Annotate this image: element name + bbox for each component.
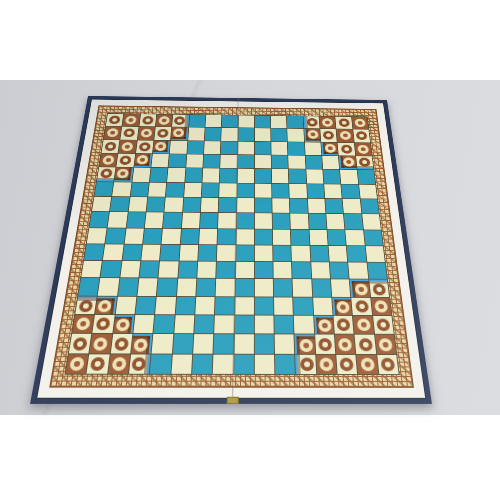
board-square [326, 214, 344, 229]
camp-square [339, 156, 356, 169]
camp-ring-marker [300, 358, 314, 371]
board-square [238, 155, 254, 168]
board-square [196, 279, 215, 296]
board-square [205, 128, 221, 141]
board-square [183, 197, 201, 212]
board-square [122, 244, 142, 260]
board-square [342, 184, 360, 198]
camp-ring-marker [93, 337, 108, 350]
camp-square [106, 114, 124, 126]
board-square [365, 246, 384, 262]
board-square [150, 168, 168, 182]
camp-square [373, 316, 394, 334]
camp-ring-marker [107, 129, 119, 138]
camp-ring-marker [340, 145, 352, 154]
decorative-border-frame [49, 105, 414, 387]
camp-square [134, 154, 152, 167]
board-square [159, 261, 179, 278]
board-square [255, 316, 274, 334]
camp-square [337, 129, 354, 142]
board-square [202, 168, 219, 182]
camp-square [123, 114, 140, 126]
board-square [287, 116, 303, 128]
camp-ring-marker [338, 338, 352, 351]
board-square [292, 246, 310, 262]
camp-ring-marker [139, 142, 151, 151]
camp-ring-marker [111, 357, 126, 371]
board-square [324, 184, 342, 198]
board-square [178, 262, 197, 279]
camp-ring-marker [69, 357, 85, 371]
camp-square [315, 335, 335, 354]
board-square [255, 142, 271, 155]
board-square [255, 262, 273, 279]
board-square [313, 297, 333, 315]
camp-square [304, 129, 320, 142]
board-square [220, 155, 237, 168]
board-square [188, 128, 205, 141]
board-square [115, 296, 136, 314]
board-square [157, 279, 177, 296]
board-square [130, 182, 149, 196]
board-square [330, 262, 349, 279]
board-square [255, 128, 271, 141]
camp-square [295, 335, 315, 354]
board-square [271, 129, 287, 142]
board-square [367, 263, 387, 279]
camp-ring-marker [157, 129, 169, 138]
camp-square [334, 316, 354, 334]
camp-square [319, 116, 335, 128]
board-square [275, 335, 295, 354]
board-square [150, 354, 171, 374]
board-square [187, 141, 204, 154]
board-square [311, 262, 330, 279]
camp-ring-marker [125, 116, 137, 125]
board-square [163, 213, 182, 228]
board-square [205, 115, 221, 127]
camp-ring-marker [319, 358, 333, 371]
camp-ring-marker [380, 358, 395, 371]
board-square [120, 261, 140, 278]
board-square [98, 278, 119, 295]
board-square [216, 262, 235, 279]
board-square [141, 244, 161, 260]
board-square [274, 262, 292, 279]
board-square [255, 229, 273, 245]
camp-square [139, 114, 156, 126]
camp-square [171, 127, 188, 140]
board-square [272, 155, 289, 168]
board-square [126, 212, 145, 227]
board-square [310, 246, 329, 262]
board-square [135, 297, 156, 315]
board-square [305, 142, 322, 155]
board-square [272, 169, 289, 183]
board-square [219, 198, 236, 213]
board-square [255, 297, 274, 315]
board-square [81, 261, 102, 278]
board-square [110, 197, 129, 212]
camp-square [69, 334, 92, 353]
camp-ring-marker [339, 131, 351, 140]
camp-ring-marker [338, 119, 349, 127]
board-square [139, 261, 159, 278]
board-square [331, 280, 351, 297]
board-square [182, 213, 200, 228]
camp-square [72, 315, 94, 333]
board-square [203, 155, 220, 168]
board-square [237, 198, 254, 213]
board-square [236, 229, 254, 245]
board-square [184, 183, 202, 197]
board-square [273, 229, 291, 245]
camp-square [303, 116, 319, 128]
camp-square [357, 355, 378, 374]
camp-ring-marker [98, 300, 113, 312]
board-square [290, 184, 307, 198]
camp-ring-marker [299, 339, 313, 352]
board-square [112, 182, 131, 196]
camp-ring-marker [323, 131, 334, 140]
board-square [357, 170, 375, 184]
board-square [362, 214, 381, 229]
board-square [84, 244, 105, 260]
board-square [148, 182, 166, 196]
board-square [274, 279, 293, 296]
board-square [309, 229, 327, 245]
board-square [189, 115, 205, 127]
camp-square [95, 296, 116, 314]
camp-square [137, 127, 154, 140]
board-square [124, 228, 144, 244]
board-square [322, 156, 339, 169]
board-square [118, 279, 139, 296]
camp-ring-marker [104, 142, 117, 151]
board-square [87, 228, 107, 244]
camp-square [117, 154, 135, 167]
board-square [132, 168, 150, 182]
camp-ring-marker [121, 142, 133, 151]
camp-square [97, 167, 116, 181]
camp-ring-marker [358, 158, 370, 167]
camp-ring-marker [140, 129, 152, 138]
board-square [185, 168, 202, 182]
board-square [167, 168, 185, 182]
board-square [151, 154, 169, 167]
camp-square [154, 127, 171, 140]
board-square [152, 334, 173, 353]
board-square [234, 335, 254, 354]
board-square [364, 230, 383, 245]
board-square [255, 198, 272, 213]
board-square [238, 128, 254, 141]
camp-square [131, 334, 152, 353]
board-square [346, 230, 365, 246]
board-square [214, 335, 234, 354]
camp-square [355, 335, 376, 354]
camp-square [99, 153, 118, 166]
camp-square [75, 296, 97, 314]
board-square [238, 141, 254, 154]
camp-square [336, 355, 357, 374]
camp-square [352, 117, 369, 129]
board-square [199, 229, 217, 245]
board-square [292, 262, 311, 279]
camp-ring-marker [90, 357, 106, 371]
board-square [359, 184, 377, 198]
camp-ring-marker [115, 319, 130, 332]
board-square [92, 197, 111, 212]
camp-ring-marker [372, 283, 386, 295]
camp-ring-marker [136, 155, 148, 164]
board-square [255, 213, 272, 228]
camp-square [338, 143, 355, 156]
board-square [255, 335, 274, 354]
halma-board [30, 96, 432, 404]
camp-square [353, 130, 370, 143]
board-square [78, 278, 99, 295]
board-square [198, 245, 217, 261]
board-square [289, 155, 306, 168]
camp-ring-marker [102, 155, 115, 164]
board-square [234, 354, 254, 374]
camp-square [352, 298, 372, 316]
board-square [344, 214, 363, 229]
board-square [221, 141, 237, 154]
board-square [272, 198, 289, 213]
board-square [186, 154, 203, 167]
camp-ring-marker [123, 129, 135, 138]
camp-square [375, 335, 396, 354]
board-square [273, 245, 291, 261]
board-square [274, 316, 293, 334]
camp-ring-marker [79, 300, 94, 312]
camp-ring-marker [337, 319, 351, 332]
board-square [103, 244, 123, 260]
board-square [222, 115, 238, 127]
camp-square [90, 334, 112, 353]
camp-ring-marker [174, 116, 185, 125]
brass-clasp [227, 397, 239, 404]
camp-ring-marker [318, 319, 332, 332]
board-square [288, 142, 305, 155]
camp-ring-marker [356, 319, 370, 332]
camp-ring-marker [109, 116, 121, 125]
board-square [308, 214, 326, 229]
camp-square [320, 129, 337, 142]
camp-square [110, 334, 132, 353]
camp-ring-marker [354, 119, 366, 127]
camp-square [350, 280, 370, 297]
board-square [204, 141, 221, 154]
camp-square [354, 143, 371, 156]
board-square [218, 213, 236, 228]
board-square [305, 156, 322, 169]
camp-ring-marker [336, 301, 350, 313]
board-square [347, 246, 366, 262]
camp-square [335, 335, 356, 354]
camp-square [172, 115, 189, 127]
camp-ring-marker [356, 132, 368, 141]
camp-square [108, 354, 130, 374]
camp-ring-marker [340, 358, 355, 371]
board-square [307, 184, 325, 198]
camp-square [119, 140, 137, 153]
board-square [237, 169, 254, 183]
board-square [272, 184, 289, 198]
camp-square [104, 127, 122, 140]
board-square [179, 245, 198, 261]
camp-ring-marker [133, 338, 148, 351]
camp-square [369, 280, 389, 297]
board-square [237, 183, 254, 197]
camp-square [156, 114, 173, 126]
camp-ring-marker [100, 169, 113, 179]
board-square [235, 279, 254, 296]
board-square [180, 228, 199, 244]
camp-square [136, 140, 154, 153]
camp-ring-marker [307, 130, 318, 139]
board-square [294, 316, 314, 334]
board-square [291, 229, 309, 245]
camp-square [371, 298, 391, 316]
board-square [312, 280, 331, 297]
board-square [137, 279, 157, 296]
camp-square [129, 354, 151, 374]
photo-scene [0, 0, 500, 500]
board-square [172, 334, 193, 353]
camp-ring-marker [72, 337, 88, 350]
camp-square [353, 316, 374, 334]
board-square [94, 182, 113, 196]
camp-ring-marker [318, 338, 332, 351]
board-square [201, 198, 219, 213]
camp-ring-marker [117, 169, 130, 179]
camp-ring-marker [342, 157, 354, 166]
board-square [89, 212, 109, 227]
board-square [323, 170, 340, 184]
board-square [255, 354, 275, 374]
board-square [327, 230, 346, 246]
board-square [170, 141, 187, 154]
board-square [216, 279, 235, 296]
camp-square [332, 297, 352, 315]
board-square [308, 199, 326, 214]
camp-square [66, 354, 89, 374]
camp-ring-marker [325, 144, 337, 153]
camp-ring-marker [355, 300, 369, 312]
board-square [275, 354, 295, 374]
board-square [162, 228, 181, 244]
board-square [220, 169, 237, 183]
camp-square [356, 156, 374, 169]
board-square [290, 198, 308, 213]
board-square [217, 245, 235, 261]
camp-square [316, 355, 337, 374]
board-square [143, 228, 162, 244]
board-square [274, 297, 293, 315]
board-square [294, 297, 313, 315]
board-square [273, 213, 291, 228]
camp-ring-marker [376, 319, 390, 332]
board-square [271, 142, 287, 155]
camp-square [93, 315, 115, 333]
camp-square [102, 140, 120, 153]
board-square [329, 246, 348, 262]
board-square [306, 170, 323, 184]
board-square [255, 245, 273, 261]
camp-ring-marker [76, 318, 91, 331]
board-square [255, 183, 272, 197]
board-square [108, 212, 128, 227]
board-square [235, 297, 254, 315]
board-square [221, 128, 237, 141]
camp-ring-marker [374, 300, 388, 312]
board-square [160, 245, 179, 261]
board-square [146, 197, 165, 212]
camp-square [113, 315, 134, 333]
camp-ring-marker [173, 129, 185, 138]
board-square [291, 214, 309, 229]
board-square [218, 229, 236, 245]
board-square [214, 315, 234, 333]
board-square [155, 297, 175, 315]
camp-square [377, 355, 399, 374]
camp-ring-marker [119, 156, 132, 165]
board-square [215, 297, 234, 315]
board-square [255, 155, 271, 168]
camp-ring-marker [360, 358, 375, 371]
camp-ring-marker [357, 145, 369, 154]
board-square [255, 169, 272, 183]
board-square [348, 263, 368, 279]
board-square [177, 279, 197, 296]
board-square [197, 262, 216, 279]
board-square [325, 199, 343, 214]
camp-square [153, 140, 170, 153]
camp-ring-marker [155, 142, 167, 151]
camp-square [336, 117, 353, 129]
board-square [340, 170, 358, 184]
board-square [195, 297, 215, 315]
camp-ring-marker [114, 337, 129, 350]
board-square [271, 116, 287, 128]
board-square [169, 154, 186, 167]
board-square [133, 315, 154, 333]
camp-ring-marker [322, 118, 333, 127]
camp-ring-marker [378, 338, 393, 351]
board-square [200, 213, 218, 228]
board-square [289, 169, 306, 183]
board-square [236, 245, 254, 261]
board-square [360, 199, 378, 214]
board-square [145, 212, 164, 227]
camp-ring-marker [307, 118, 318, 127]
board-square [219, 183, 236, 197]
camp-square [314, 316, 334, 334]
camp-square [121, 127, 139, 140]
board-square [343, 199, 361, 214]
board-square [255, 279, 274, 296]
board-square [202, 183, 219, 197]
camp-square [87, 354, 110, 374]
board-square [238, 115, 254, 127]
board-square [101, 261, 122, 278]
board-square [128, 197, 147, 212]
board-square [174, 315, 194, 333]
board-square [175, 297, 195, 315]
